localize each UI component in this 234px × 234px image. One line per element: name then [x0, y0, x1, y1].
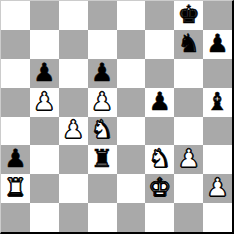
square-b2[interactable] — [30, 174, 59, 203]
square-d1[interactable] — [88, 203, 117, 232]
square-g6[interactable] — [174, 59, 203, 88]
square-g1[interactable] — [174, 203, 203, 232]
square-c4[interactable]: ♟ — [59, 117, 88, 146]
white-king-piece: ♚ — [149, 174, 171, 202]
square-f1[interactable] — [145, 203, 174, 232]
square-f8[interactable] — [145, 1, 174, 30]
white-knight-piece: ♞ — [149, 145, 171, 173]
square-g8[interactable]: ♚ — [174, 1, 203, 30]
square-e2[interactable] — [117, 174, 146, 203]
square-b7[interactable] — [30, 30, 59, 59]
square-a2[interactable]: ♜ — [1, 174, 30, 203]
square-f2[interactable]: ♚ — [145, 174, 174, 203]
square-c3[interactable] — [59, 145, 88, 174]
square-e3[interactable] — [117, 145, 146, 174]
square-c5[interactable] — [59, 88, 88, 117]
square-a4[interactable] — [1, 117, 30, 146]
black-knight-piece: ♞ — [177, 30, 199, 58]
square-b4[interactable] — [30, 117, 59, 146]
square-a3[interactable]: ♟ — [1, 145, 30, 174]
black-king-piece: ♚ — [177, 1, 199, 29]
black-pawn-piece: ♟ — [4, 145, 26, 173]
square-e8[interactable] — [117, 1, 146, 30]
square-h1[interactable] — [203, 203, 232, 232]
white-pawn-piece: ♟ — [177, 145, 199, 173]
square-e4[interactable] — [117, 117, 146, 146]
square-h8[interactable] — [203, 1, 232, 30]
square-a8[interactable] — [1, 1, 30, 30]
square-f4[interactable] — [145, 117, 174, 146]
square-e7[interactable] — [117, 30, 146, 59]
square-a7[interactable] — [1, 30, 30, 59]
square-f5[interactable]: ♟ — [145, 88, 174, 117]
square-h5[interactable]: ♝ — [203, 88, 232, 117]
square-d3[interactable]: ♜ — [88, 145, 117, 174]
square-c7[interactable] — [59, 30, 88, 59]
square-h3[interactable] — [203, 145, 232, 174]
square-d4[interactable]: ♞ — [88, 117, 117, 146]
square-a6[interactable] — [1, 59, 30, 88]
square-h4[interactable] — [203, 117, 232, 146]
square-h2[interactable]: ♟ — [203, 174, 232, 203]
square-e1[interactable] — [117, 203, 146, 232]
square-c2[interactable] — [59, 174, 88, 203]
square-g7[interactable]: ♞ — [174, 30, 203, 59]
white-knight-piece: ♞ — [91, 117, 113, 145]
square-a1[interactable] — [1, 203, 30, 232]
white-pawn-piece: ♟ — [206, 174, 228, 202]
square-b5[interactable]: ♟ — [30, 88, 59, 117]
white-pawn-piece: ♟ — [62, 117, 84, 145]
square-c6[interactable] — [59, 59, 88, 88]
black-pawn-piece: ♟ — [206, 30, 228, 58]
white-pawn-piece: ♟ — [91, 88, 113, 116]
black-pawn-piece: ♟ — [149, 88, 171, 116]
square-c1[interactable] — [59, 203, 88, 232]
square-e5[interactable] — [117, 88, 146, 117]
square-h6[interactable] — [203, 59, 232, 88]
square-f6[interactable] — [145, 59, 174, 88]
square-d2[interactable] — [88, 174, 117, 203]
square-d8[interactable] — [88, 1, 117, 30]
white-rook-piece: ♜ — [4, 174, 26, 202]
square-b1[interactable] — [30, 203, 59, 232]
chess-diagram: ♚♞♟♟♟♟♟♟♝♟♞♟♜♞♟♜♚♟ — [0, 0, 234, 234]
square-e6[interactable] — [117, 59, 146, 88]
black-rook-piece: ♜ — [91, 145, 113, 173]
square-c8[interactable] — [59, 1, 88, 30]
black-pawn-piece: ♟ — [33, 59, 55, 87]
square-g3[interactable]: ♟ — [174, 145, 203, 174]
black-pawn-piece: ♟ — [91, 59, 113, 87]
square-d7[interactable] — [88, 30, 117, 59]
square-d6[interactable]: ♟ — [88, 59, 117, 88]
square-b8[interactable] — [30, 1, 59, 30]
square-b3[interactable] — [30, 145, 59, 174]
square-g5[interactable] — [174, 88, 203, 117]
square-f7[interactable] — [145, 30, 174, 59]
square-b6[interactable]: ♟ — [30, 59, 59, 88]
square-a5[interactable] — [1, 88, 30, 117]
square-f3[interactable]: ♞ — [145, 145, 174, 174]
square-g2[interactable] — [174, 174, 203, 203]
chess-board: ♚♞♟♟♟♟♟♟♝♟♞♟♜♞♟♜♚♟ — [0, 0, 234, 234]
square-g4[interactable] — [174, 117, 203, 146]
white-pawn-piece: ♟ — [33, 88, 55, 116]
square-h7[interactable]: ♟ — [203, 30, 232, 59]
square-d5[interactable]: ♟ — [88, 88, 117, 117]
black-bishop-piece: ♝ — [206, 88, 228, 116]
